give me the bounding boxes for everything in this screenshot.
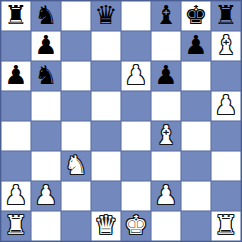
square-e1[interactable]: ♚ <box>121 211 151 241</box>
white-bishop[interactable]: ♝ <box>154 122 177 148</box>
square-a5[interactable] <box>1 91 31 121</box>
square-h2[interactable] <box>211 181 241 211</box>
square-b4[interactable] <box>31 121 61 151</box>
square-a1[interactable]: ♜ <box>1 211 31 241</box>
square-e4[interactable] <box>121 121 151 151</box>
square-b2[interactable]: ♟ <box>31 181 61 211</box>
square-h1[interactable]: ♜ <box>211 211 241 241</box>
square-d5[interactable] <box>91 91 121 121</box>
square-h4[interactable] <box>211 121 241 151</box>
square-d7[interactable] <box>91 31 121 61</box>
square-h7[interactable]: ♝ <box>211 31 241 61</box>
square-e8[interactable] <box>121 1 151 31</box>
square-e2[interactable] <box>121 181 151 211</box>
square-c7[interactable] <box>61 31 91 61</box>
square-a2[interactable]: ♟ <box>1 181 31 211</box>
square-h8[interactable]: ♜ <box>211 1 241 31</box>
black-bishop[interactable]: ♝ <box>154 2 177 28</box>
square-g8[interactable]: ♚ <box>181 1 211 31</box>
white-rook[interactable]: ♜ <box>214 212 237 238</box>
square-e3[interactable] <box>121 151 151 181</box>
square-b8[interactable]: ♞ <box>31 1 61 31</box>
square-g7[interactable]: ♟ <box>181 31 211 61</box>
square-f1[interactable] <box>151 211 181 241</box>
white-pawn[interactable]: ♟ <box>4 182 27 208</box>
square-c8[interactable] <box>61 1 91 31</box>
black-pawn[interactable]: ♟ <box>184 32 207 58</box>
square-g5[interactable] <box>181 91 211 121</box>
black-rook[interactable]: ♜ <box>214 2 237 28</box>
white-pawn[interactable]: ♟ <box>34 182 57 208</box>
black-pawn[interactable]: ♟ <box>154 62 177 88</box>
white-bishop[interactable]: ♝ <box>214 32 237 58</box>
square-f8[interactable]: ♝ <box>151 1 181 31</box>
square-f6[interactable]: ♟ <box>151 61 181 91</box>
white-king[interactable]: ♚ <box>124 212 147 238</box>
square-a3[interactable] <box>1 151 31 181</box>
square-g1[interactable] <box>181 211 211 241</box>
white-pawn[interactable]: ♟ <box>214 92 237 118</box>
square-d1[interactable]: ♛ <box>91 211 121 241</box>
square-a4[interactable] <box>1 121 31 151</box>
white-pawn[interactable]: ♟ <box>124 62 147 88</box>
square-c4[interactable] <box>61 121 91 151</box>
square-b5[interactable] <box>31 91 61 121</box>
black-king[interactable]: ♚ <box>184 2 207 28</box>
square-g2[interactable] <box>181 181 211 211</box>
square-d3[interactable] <box>91 151 121 181</box>
square-e7[interactable] <box>121 31 151 61</box>
square-d2[interactable] <box>91 181 121 211</box>
white-rook[interactable]: ♜ <box>4 212 27 238</box>
square-f7[interactable] <box>151 31 181 61</box>
square-d8[interactable]: ♛ <box>91 1 121 31</box>
square-e6[interactable]: ♟ <box>121 61 151 91</box>
black-pawn[interactable]: ♟ <box>4 62 27 88</box>
square-f4[interactable]: ♝ <box>151 121 181 151</box>
square-c3[interactable]: ♞ <box>61 151 91 181</box>
square-a7[interactable] <box>1 31 31 61</box>
black-queen[interactable]: ♛ <box>94 2 117 28</box>
square-d6[interactable] <box>91 61 121 91</box>
black-rook[interactable]: ♜ <box>4 2 27 28</box>
square-h6[interactable] <box>211 61 241 91</box>
square-c2[interactable] <box>61 181 91 211</box>
square-a6[interactable]: ♟ <box>1 61 31 91</box>
square-f5[interactable] <box>151 91 181 121</box>
chess-board: ♜♞♛♝♚♜♟♟♝♟♞♟♟♟♝♞♟♟♟♜♛♚♜ <box>0 0 242 242</box>
square-f3[interactable] <box>151 151 181 181</box>
black-pawn[interactable]: ♟ <box>34 32 57 58</box>
square-h3[interactable] <box>211 151 241 181</box>
square-c5[interactable] <box>61 91 91 121</box>
square-b6[interactable]: ♞ <box>31 61 61 91</box>
square-c1[interactable] <box>61 211 91 241</box>
square-g4[interactable] <box>181 121 211 151</box>
white-pawn[interactable]: ♟ <box>154 182 177 208</box>
square-d4[interactable] <box>91 121 121 151</box>
square-b1[interactable] <box>31 211 61 241</box>
square-g6[interactable] <box>181 61 211 91</box>
white-knight[interactable]: ♞ <box>64 152 87 178</box>
square-h5[interactable]: ♟ <box>211 91 241 121</box>
square-e5[interactable] <box>121 91 151 121</box>
square-g3[interactable] <box>181 151 211 181</box>
black-knight[interactable]: ♞ <box>34 2 57 28</box>
square-b3[interactable] <box>31 151 61 181</box>
square-f2[interactable]: ♟ <box>151 181 181 211</box>
white-queen[interactable]: ♛ <box>94 212 117 238</box>
black-knight[interactable]: ♞ <box>34 62 57 88</box>
square-c6[interactable] <box>61 61 91 91</box>
square-b7[interactable]: ♟ <box>31 31 61 61</box>
square-a8[interactable]: ♜ <box>1 1 31 31</box>
